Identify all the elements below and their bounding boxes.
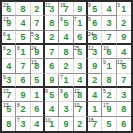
cell-digit: 5 xyxy=(49,89,54,100)
cage-sum-label: 24 xyxy=(88,31,94,37)
cage-sum-label: 6 xyxy=(3,31,6,37)
cell-r4c8[interactable]: 106 xyxy=(102,45,116,59)
cell-r4c2[interactable]: 81 xyxy=(16,45,30,59)
cell-digit: 7 xyxy=(106,31,111,42)
cell-digit: 2 xyxy=(77,118,82,129)
cage-sum-label: 13 xyxy=(31,59,37,65)
cell-r9c1[interactable]: 8 xyxy=(2,117,16,131)
cell-r6c4[interactable]: 9 xyxy=(45,74,59,88)
cell-digit: 9 xyxy=(49,74,54,85)
cell-r7c5[interactable]: 96 xyxy=(59,88,73,102)
cell-r5c9[interactable]: 125 xyxy=(117,59,131,73)
cell-digit: 4 xyxy=(63,31,68,42)
cell-digit: 9 xyxy=(77,3,82,14)
cell-r3c2[interactable]: 5 xyxy=(16,31,30,45)
cage-sum-label: 17 xyxy=(103,102,109,108)
cage-sum-label: 8 xyxy=(17,102,20,108)
cell-digit: 9 xyxy=(20,89,25,100)
cell-digit: 2 xyxy=(106,89,111,100)
killer-sudoku-board: 2368211316799543113947895719632615532462… xyxy=(0,0,133,133)
cell-r1c5[interactable]: 167 xyxy=(59,2,73,16)
cell-r3c3[interactable]: 53 xyxy=(31,31,45,45)
cell-r9c7[interactable]: 187 xyxy=(88,117,102,131)
cell-r9c2[interactable]: 73 xyxy=(16,117,30,131)
cell-digit: 5 xyxy=(106,118,111,129)
cell-digit: 7 xyxy=(121,74,126,85)
cell-r2c6[interactable]: 71 xyxy=(74,16,88,30)
cell-r1c8[interactable]: 4 xyxy=(102,2,116,16)
cell-r7c3[interactable]: 1 xyxy=(31,88,45,102)
cell-digit: 3 xyxy=(34,31,39,42)
cell-digit: 3 xyxy=(77,60,82,71)
cell-digit: 1 xyxy=(121,3,126,14)
cell-digit: 5 xyxy=(92,3,97,14)
cell-digit: 6 xyxy=(34,103,39,114)
cell-digit: 4 xyxy=(34,118,39,129)
cell-digit: 9 xyxy=(121,31,126,42)
cell-r4c4[interactable]: 7 xyxy=(45,45,59,59)
cage-sum-label: 11 xyxy=(45,2,50,8)
cell-digit: 3 xyxy=(6,74,11,85)
cell-r4c1[interactable]: 62 xyxy=(2,45,16,59)
cell-r3c9[interactable]: 9 xyxy=(117,31,131,45)
cage-sum-label: 13 xyxy=(3,16,9,22)
cell-digit: 9 xyxy=(92,60,97,71)
cell-r8c6[interactable]: 107 xyxy=(74,102,88,116)
cage-sum-label: 12 xyxy=(74,88,80,94)
cell-digit: 1 xyxy=(77,17,82,28)
cell-r9c9[interactable]: 6 xyxy=(117,117,131,131)
cell-digit: 8 xyxy=(106,74,111,85)
cage-sum-label: 5 xyxy=(31,31,34,37)
cell-digit: 5 xyxy=(20,31,25,42)
cell-digit: 6 xyxy=(49,60,54,71)
cell-r7c1[interactable]: 177 xyxy=(2,88,16,102)
cell-digit: 4 xyxy=(121,46,126,57)
cage-sum-label: 9 xyxy=(45,88,48,94)
cell-r2c9[interactable]: 2 xyxy=(117,16,131,30)
cell-r6c2[interactable]: 6 xyxy=(16,74,30,88)
cage-sum-label: 9 xyxy=(88,16,91,22)
cage-sum-label: 17 xyxy=(3,88,9,94)
cage-sum-label: 16 xyxy=(60,2,66,8)
cell-r1c2[interactable]: 8 xyxy=(16,2,30,16)
cage-sum-label: 18 xyxy=(88,117,94,123)
cell-r7c8[interactable]: 52 xyxy=(102,88,116,102)
cell-r7c4[interactable]: 95 xyxy=(45,88,59,102)
cell-digit: 8 xyxy=(121,103,126,114)
cell-r2c7[interactable]: 96 xyxy=(88,16,102,30)
cell-r2c1[interactable]: 139 xyxy=(2,16,16,30)
cell-r6c8[interactable]: 8 xyxy=(102,74,116,88)
cell-r4c6[interactable]: 255 xyxy=(74,45,88,59)
cell-r6c6[interactable]: 4 xyxy=(74,74,88,88)
cell-digit: 4 xyxy=(49,103,54,114)
cell-digit: 7 xyxy=(34,17,39,28)
cell-r7c6[interactable]: 128 xyxy=(74,88,88,102)
cell-r1c6[interactable]: 9 xyxy=(74,2,88,16)
cell-digit: 8 xyxy=(6,118,11,129)
cell-r1c9[interactable]: 31 xyxy=(117,2,131,16)
cell-digit: 1 xyxy=(92,103,97,114)
cage-sum-label: 6 xyxy=(3,45,6,51)
cell-digit: 7 xyxy=(49,46,54,57)
cell-digit: 1 xyxy=(34,89,39,100)
cell-r3c8[interactable]: 7 xyxy=(102,31,116,45)
cell-digit: 2 xyxy=(63,60,68,71)
cell-digit: 4 xyxy=(106,3,111,14)
cell-digit: 6 xyxy=(63,89,68,100)
cell-r3c6[interactable]: 6 xyxy=(74,31,88,45)
cell-digit: 8 xyxy=(20,3,25,14)
cell-r5c3[interactable]: 138 xyxy=(31,59,45,73)
cell-r1c3[interactable]: 2 xyxy=(31,2,45,16)
cage-sum-label: 8 xyxy=(17,45,20,51)
cell-r1c4[interactable]: 113 xyxy=(45,2,59,16)
cell-r5c7[interactable]: 9 xyxy=(88,59,102,73)
cell-r1c7[interactable]: 95 xyxy=(88,2,102,16)
cell-r5c2[interactable]: 7 xyxy=(16,59,30,73)
cell-digit: 2 xyxy=(34,3,39,14)
cell-r6c9[interactable]: 7 xyxy=(117,74,131,88)
cage-sum-label: 7 xyxy=(17,117,20,123)
cell-r8c8[interactable]: 179 xyxy=(102,102,116,116)
cage-sum-label: 12 xyxy=(88,45,94,51)
cell-digit: 6 xyxy=(20,74,25,85)
cell-digit: 6 xyxy=(121,118,126,129)
cell-r3c5[interactable]: 4 xyxy=(59,31,73,45)
cell-r9c8[interactable]: 5 xyxy=(102,117,116,131)
cell-r4c9[interactable]: 4 xyxy=(117,45,131,59)
cage-sum-label: 9 xyxy=(3,74,6,80)
cage-sum-label: 23 xyxy=(3,2,9,8)
cell-digit: 8 xyxy=(49,17,54,28)
cell-r8c4[interactable]: 4 xyxy=(45,102,59,116)
cell-r2c5[interactable]: 95 xyxy=(59,16,73,30)
cell-digit: 1 xyxy=(63,74,68,85)
cell-digit: 2 xyxy=(49,31,54,42)
cell-digit: 3 xyxy=(106,17,111,28)
cell-r4c7[interactable]: 123 xyxy=(88,45,102,59)
cell-r7c2[interactable]: 9 xyxy=(16,88,30,102)
cell-r8c1[interactable]: 135 xyxy=(2,102,16,116)
cage-sum-label: 7 xyxy=(74,16,77,22)
cell-r4c3[interactable]: 249 xyxy=(31,45,45,59)
cell-digit: 7 xyxy=(20,60,25,71)
cage-sum-label: 24 xyxy=(31,45,37,51)
cell-r7c9[interactable]: 3 xyxy=(117,88,131,102)
cell-digit: 1 xyxy=(6,31,11,42)
cage-sum-label: 3 xyxy=(117,2,120,8)
cell-r9c4[interactable]: 101 xyxy=(45,117,59,131)
cage-sum-label: 5 xyxy=(103,88,106,94)
cell-digit: 3 xyxy=(20,118,25,129)
cell-r6c7[interactable]: 2 xyxy=(88,74,102,88)
cell-r3c1[interactable]: 61 xyxy=(2,31,16,45)
cage-sum-label: 10 xyxy=(45,117,51,123)
cell-digit: 2 xyxy=(6,46,11,57)
cage-sum-label: 9 xyxy=(60,16,63,22)
cell-r5c5[interactable]: 2 xyxy=(59,59,73,73)
cell-r9c5[interactable]: 9 xyxy=(59,117,73,131)
cell-r2c4[interactable]: 8 xyxy=(45,16,59,30)
cell-r8c9[interactable]: 8 xyxy=(117,102,131,116)
cage-sum-label: 7 xyxy=(60,74,63,80)
cell-digit: 1 xyxy=(20,46,25,57)
cell-digit: 5 xyxy=(63,17,68,28)
cell-r6c3[interactable]: 5 xyxy=(31,74,45,88)
cell-r9c6[interactable]: 2 xyxy=(74,117,88,131)
cell-digit: 2 xyxy=(121,17,126,28)
cell-digit: 3 xyxy=(63,103,68,114)
cell-r9c3[interactable]: 4 xyxy=(31,117,45,131)
cell-digit: 6 xyxy=(77,31,82,42)
cell-r2c3[interactable]: 7 xyxy=(31,16,45,30)
cell-r8c3[interactable]: 6 xyxy=(31,102,45,116)
cage-sum-label: 9 xyxy=(103,59,106,65)
cell-digit: 4 xyxy=(20,17,25,28)
cell-r6c5[interactable]: 71 xyxy=(59,74,73,88)
cell-digit: 2 xyxy=(92,74,97,85)
cage-sum-label: 9 xyxy=(88,2,91,8)
cell-digit: 4 xyxy=(92,89,97,100)
cage-sum-label: 13 xyxy=(3,102,9,108)
cell-r1c1[interactable]: 236 xyxy=(2,2,16,16)
cell-r2c8[interactable]: 3 xyxy=(102,16,116,30)
cell-r3c4[interactable]: 2 xyxy=(45,31,59,45)
cell-r8c2[interactable]: 82 xyxy=(16,102,30,116)
cell-digit: 4 xyxy=(77,74,82,85)
cell-digit: 6 xyxy=(92,17,97,28)
cell-r6c1[interactable]: 93 xyxy=(2,74,16,88)
cell-r5c1[interactable]: 4 xyxy=(2,59,16,73)
cell-r5c8[interactable]: 91 xyxy=(102,59,116,73)
cage-sum-label: 12 xyxy=(117,59,123,65)
cage-sum-label: 10 xyxy=(74,102,80,108)
cage-sum-label: 9 xyxy=(60,88,63,94)
cell-digit: 8 xyxy=(63,46,68,57)
cell-digit: 9 xyxy=(63,118,68,129)
cell-digit: 1 xyxy=(106,60,111,71)
cell-digit: 2 xyxy=(20,103,25,114)
cell-r4c5[interactable]: 8 xyxy=(59,45,73,59)
cage-sum-label: 25 xyxy=(74,45,80,51)
cell-digit: 5 xyxy=(34,74,39,85)
cell-r8c7[interactable]: 1 xyxy=(88,102,102,116)
cell-r8c5[interactable]: 3 xyxy=(59,102,73,116)
cell-r5c4[interactable]: 6 xyxy=(45,59,59,73)
cell-digit: 3 xyxy=(121,89,126,100)
cell-digit: 4 xyxy=(6,60,11,71)
cage-sum-label: 10 xyxy=(103,45,109,51)
cell-r7c7[interactable]: 4 xyxy=(88,88,102,102)
cell-r5c6[interactable]: 3 xyxy=(74,59,88,73)
cell-r2c2[interactable]: 4 xyxy=(16,16,30,30)
cell-r3c7[interactable]: 248 xyxy=(88,31,102,45)
